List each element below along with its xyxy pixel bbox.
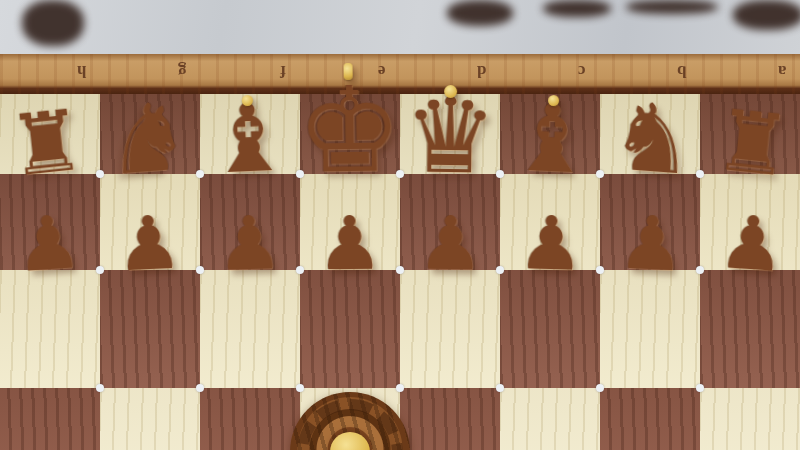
table-background bbox=[0, 0, 800, 60]
corner-dot bbox=[596, 384, 604, 392]
file-letter-cell: h bbox=[0, 57, 100, 85]
file-letter: b bbox=[677, 61, 686, 81]
file-letter: c bbox=[578, 61, 586, 81]
square-c1[interactable]: ♝ bbox=[500, 94, 600, 174]
corner-dot bbox=[496, 170, 504, 178]
square-h3[interactable] bbox=[0, 270, 100, 388]
file-letter-cell: f bbox=[200, 57, 300, 85]
square-d4[interactable] bbox=[400, 388, 500, 450]
corner-dot bbox=[396, 266, 404, 274]
scene: hgfedcba ♜♞♝♚♛♝♞♜♟♟♟♟♟♟♟♟ bbox=[0, 0, 800, 450]
white-pawn[interactable]: ♟ bbox=[417, 205, 484, 280]
square-d3[interactable] bbox=[400, 270, 500, 388]
white-pawn[interactable]: ♟ bbox=[13, 203, 84, 281]
square-b3[interactable] bbox=[600, 270, 700, 388]
white-queen[interactable]: ♛ bbox=[403, 83, 498, 188]
background-captured-piece bbox=[543, 0, 611, 17]
white-pawn[interactable]: ♟ bbox=[114, 204, 184, 281]
square-c4[interactable] bbox=[500, 388, 600, 450]
corner-dot bbox=[596, 170, 604, 178]
white-pawn[interactable]: ♟ bbox=[316, 205, 383, 280]
white-pawn[interactable]: ♟ bbox=[517, 205, 586, 281]
board: ♜♞♝♚♛♝♞♜♟♟♟♟♟♟♟♟ bbox=[0, 94, 800, 450]
corner-dot bbox=[496, 266, 504, 274]
file-letter: g bbox=[178, 61, 187, 81]
file-letter: a bbox=[778, 61, 787, 81]
file-letter: f bbox=[280, 61, 286, 81]
boxwood-finial bbox=[547, 95, 558, 106]
white-bishop[interactable]: ♝ bbox=[204, 90, 292, 188]
square-c3[interactable] bbox=[500, 270, 600, 388]
square-g3[interactable] bbox=[100, 270, 200, 388]
boxwood-finial bbox=[344, 63, 353, 80]
corner-dot bbox=[696, 384, 704, 392]
corner-dot bbox=[496, 384, 504, 392]
square-h4[interactable] bbox=[0, 388, 100, 450]
boxwood-finial bbox=[241, 95, 252, 106]
square-g1[interactable]: ♞ bbox=[100, 94, 200, 174]
background-captured-piece bbox=[447, 0, 513, 26]
corner-dot bbox=[96, 266, 104, 274]
corner-dot bbox=[196, 170, 204, 178]
white-bishop[interactable]: ♝ bbox=[507, 90, 595, 188]
white-knight[interactable]: ♞ bbox=[607, 89, 698, 189]
background-captured-piece bbox=[22, 0, 84, 46]
white-king[interactable]: ♚ bbox=[296, 71, 403, 190]
corner-dot bbox=[596, 266, 604, 274]
square-f1[interactable]: ♝ bbox=[200, 94, 300, 174]
white-pawn[interactable]: ♟ bbox=[716, 203, 787, 281]
corner-dot bbox=[196, 384, 204, 392]
square-h1[interactable]: ♜ bbox=[0, 94, 100, 174]
corner-dot bbox=[396, 384, 404, 392]
square-d1[interactable]: ♛ bbox=[400, 94, 500, 174]
white-pawn[interactable]: ♟ bbox=[616, 204, 686, 281]
corner-dot bbox=[296, 384, 304, 392]
corner-dot bbox=[296, 266, 304, 274]
file-letter-cell: c bbox=[500, 57, 600, 85]
background-captured-piece bbox=[733, 0, 800, 30]
square-a4[interactable] bbox=[700, 388, 800, 450]
file-letter: h bbox=[77, 61, 86, 81]
corner-dot bbox=[196, 266, 204, 274]
corner-dot bbox=[96, 170, 104, 178]
square-f4[interactable] bbox=[200, 388, 300, 450]
corner-dot bbox=[696, 170, 704, 178]
corner-dot bbox=[696, 266, 704, 274]
background-captured-piece bbox=[626, 0, 718, 14]
white-knight[interactable]: ♞ bbox=[102, 89, 193, 189]
boxwood-finial bbox=[445, 84, 458, 97]
square-b4[interactable] bbox=[600, 388, 700, 450]
square-b1[interactable]: ♞ bbox=[600, 94, 700, 174]
square-e3[interactable] bbox=[300, 270, 400, 388]
white-rook[interactable]: ♜ bbox=[711, 97, 795, 188]
square-a1[interactable]: ♜ bbox=[700, 94, 800, 174]
square-g4[interactable] bbox=[100, 388, 200, 450]
square-f3[interactable] bbox=[200, 270, 300, 388]
square-a3[interactable] bbox=[700, 270, 800, 388]
corner-dot bbox=[96, 384, 104, 392]
white-rook[interactable]: ♜ bbox=[5, 97, 89, 188]
square-e1[interactable]: ♚ bbox=[300, 94, 400, 174]
file-letter-cell: a bbox=[700, 57, 800, 85]
white-pawn[interactable]: ♟ bbox=[215, 205, 284, 281]
